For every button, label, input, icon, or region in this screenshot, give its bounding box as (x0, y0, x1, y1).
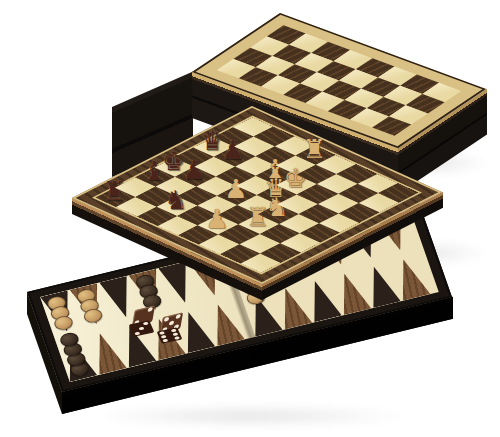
die-pip (162, 338, 168, 342)
die-pip (174, 336, 180, 340)
die-pip (148, 307, 154, 312)
die-1-front-face (129, 320, 155, 337)
die-1 (131, 308, 157, 339)
die-pip (169, 320, 175, 325)
product-photo-scene: ♜♝♚♛♟♟♞♟♝♜♟♛♚♜♞ (0, 0, 500, 437)
die-pip (134, 331, 140, 335)
backgammon-point (86, 330, 127, 375)
die-pip (143, 321, 149, 325)
die-pip (176, 314, 182, 319)
chess-piece-R: ♜ (303, 136, 326, 162)
backgammon-point (390, 256, 431, 301)
die-pip (138, 326, 144, 330)
backgammon-shadow (90, 405, 410, 427)
backgammon-point (301, 278, 342, 323)
backgammon-point (331, 271, 372, 316)
die-pip (163, 317, 169, 322)
die-2-front-face (157, 327, 183, 344)
die-2 (159, 315, 185, 346)
backgammon-point (360, 263, 401, 308)
